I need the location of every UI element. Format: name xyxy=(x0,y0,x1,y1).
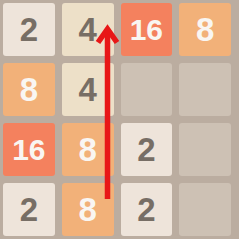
empty-cell xyxy=(179,63,231,116)
tile-16: 16 xyxy=(121,3,173,56)
empty-cell xyxy=(179,183,231,236)
empty-cell xyxy=(121,63,173,116)
tile-2: 2 xyxy=(3,183,55,236)
empty-cell xyxy=(179,123,231,176)
tile-2: 2 xyxy=(3,3,55,56)
tile-2: 2 xyxy=(121,123,173,176)
tile-8: 8 xyxy=(62,183,114,236)
2048-board[interactable]: 24168841682282 xyxy=(0,0,239,239)
tile-8: 8 xyxy=(3,63,55,116)
tile-8: 8 xyxy=(179,3,231,56)
tile-4: 4 xyxy=(62,63,114,116)
tile-2: 2 xyxy=(121,183,173,236)
tile-4: 4 xyxy=(62,3,114,56)
tile-16: 16 xyxy=(3,123,55,176)
tile-8: 8 xyxy=(62,123,114,176)
tile-grid[interactable]: 24168841682282 xyxy=(3,3,231,236)
